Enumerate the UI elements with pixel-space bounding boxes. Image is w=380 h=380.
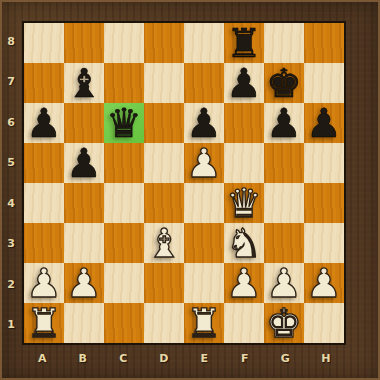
square-b6[interactable]	[64, 103, 104, 143]
white-bishop-d3[interactable]: ♝	[146, 223, 182, 263]
square-e2[interactable]	[184, 263, 224, 303]
square-g8[interactable]	[264, 23, 304, 63]
white-rook-e1[interactable]: ♜	[186, 303, 222, 343]
square-b2[interactable]: ♟	[64, 263, 104, 303]
square-b4[interactable]	[64, 183, 104, 223]
square-d7[interactable]	[144, 63, 184, 103]
rank-label-5: 5	[0, 143, 22, 184]
black-pawn-g6[interactable]: ♟	[266, 103, 302, 143]
rank-labels: 87654321	[0, 21, 22, 345]
white-pawn-h2[interactable]: ♟	[306, 263, 342, 303]
rank-label-1: 1	[0, 305, 22, 346]
black-pawn-e6[interactable]: ♟	[186, 103, 222, 143]
square-d4[interactable]	[144, 183, 184, 223]
black-king-g7[interactable]: ♚	[266, 63, 302, 103]
square-c4[interactable]	[104, 183, 144, 223]
white-pawn-g2[interactable]: ♟	[266, 263, 302, 303]
white-knight-f3[interactable]: ♞	[226, 223, 262, 263]
square-f2[interactable]: ♟	[224, 263, 264, 303]
square-e5[interactable]: ♟	[184, 143, 224, 183]
square-c5[interactable]	[104, 143, 144, 183]
square-g4[interactable]	[264, 183, 304, 223]
square-a4[interactable]	[24, 183, 64, 223]
square-b5[interactable]: ♟	[64, 143, 104, 183]
white-pawn-e5[interactable]: ♟	[186, 143, 222, 183]
square-c2[interactable]	[104, 263, 144, 303]
square-f5[interactable]	[224, 143, 264, 183]
square-e6[interactable]: ♟	[184, 103, 224, 143]
square-e7[interactable]	[184, 63, 224, 103]
black-pawn-f7[interactable]: ♟	[226, 63, 262, 103]
square-c7[interactable]	[104, 63, 144, 103]
chess-board[interactable]: ♜♝♟♚♟♛♟♟♟♟♟♛♝♞♟♟♟♟♟♜♜♚	[22, 21, 346, 345]
square-h6[interactable]: ♟	[304, 103, 344, 143]
square-g7[interactable]: ♚	[264, 63, 304, 103]
square-a7[interactable]	[24, 63, 64, 103]
square-h5[interactable]	[304, 143, 344, 183]
white-pawn-f2[interactable]: ♟	[226, 263, 262, 303]
black-bishop-b7[interactable]: ♝	[66, 63, 102, 103]
square-a1[interactable]: ♜	[24, 303, 64, 343]
square-c3[interactable]	[104, 223, 144, 263]
square-h1[interactable]	[304, 303, 344, 343]
white-pawn-a2[interactable]: ♟	[26, 263, 62, 303]
square-d6[interactable]	[144, 103, 184, 143]
square-a2[interactable]: ♟	[24, 263, 64, 303]
square-e1[interactable]: ♜	[184, 303, 224, 343]
square-g2[interactable]: ♟	[264, 263, 304, 303]
file-label-a: A	[22, 344, 63, 372]
square-c1[interactable]	[104, 303, 144, 343]
square-c8[interactable]	[104, 23, 144, 63]
black-pawn-a6[interactable]: ♟	[26, 103, 62, 143]
square-c6[interactable]: ♛	[104, 103, 144, 143]
square-g1[interactable]: ♚	[264, 303, 304, 343]
rank-label-8: 8	[0, 21, 22, 62]
file-label-d: D	[144, 344, 185, 372]
square-g3[interactable]	[264, 223, 304, 263]
square-g6[interactable]: ♟	[264, 103, 304, 143]
rank-label-2: 2	[0, 264, 22, 305]
square-h2[interactable]: ♟	[304, 263, 344, 303]
square-e3[interactable]	[184, 223, 224, 263]
white-king-g1[interactable]: ♚	[266, 303, 302, 343]
file-label-c: C	[103, 344, 144, 372]
chess-app: 87654321 ♜♝♟♚♟♛♟♟♟♟♟♛♝♞♟♟♟♟♟♜♜♚ ABCDEFGH	[0, 0, 380, 380]
rank-label-7: 7	[0, 62, 22, 103]
square-a6[interactable]: ♟	[24, 103, 64, 143]
square-b1[interactable]	[64, 303, 104, 343]
square-h3[interactable]	[304, 223, 344, 263]
square-b8[interactable]	[64, 23, 104, 63]
square-g5[interactable]	[264, 143, 304, 183]
square-a5[interactable]	[24, 143, 64, 183]
square-f4[interactable]: ♛	[224, 183, 264, 223]
white-queen-f4[interactable]: ♛	[226, 183, 262, 223]
square-d8[interactable]	[144, 23, 184, 63]
square-f8[interactable]: ♜	[224, 23, 264, 63]
square-d5[interactable]	[144, 143, 184, 183]
white-pawn-b2[interactable]: ♟	[66, 263, 102, 303]
black-queen-c6[interactable]: ♛	[106, 103, 142, 143]
black-pawn-b5[interactable]: ♟	[66, 143, 102, 183]
white-rook-a1[interactable]: ♜	[26, 303, 62, 343]
square-f1[interactable]	[224, 303, 264, 343]
square-e4[interactable]	[184, 183, 224, 223]
square-f7[interactable]: ♟	[224, 63, 264, 103]
black-pawn-h6[interactable]: ♟	[306, 103, 342, 143]
file-label-h: H	[306, 344, 347, 372]
file-label-g: G	[265, 344, 306, 372]
square-b7[interactable]: ♝	[64, 63, 104, 103]
square-f3[interactable]: ♞	[224, 223, 264, 263]
square-a3[interactable]	[24, 223, 64, 263]
rank-label-3: 3	[0, 224, 22, 265]
square-h7[interactable]	[304, 63, 344, 103]
square-d1[interactable]	[144, 303, 184, 343]
rank-label-6: 6	[0, 102, 22, 143]
square-h4[interactable]	[304, 183, 344, 223]
rank-label-4: 4	[0, 183, 22, 224]
square-h8[interactable]	[304, 23, 344, 63]
file-label-f: F	[225, 344, 266, 372]
square-d3[interactable]: ♝	[144, 223, 184, 263]
file-label-b: B	[63, 344, 104, 372]
file-label-e: E	[184, 344, 225, 372]
square-a8[interactable]	[24, 23, 64, 63]
file-labels: ABCDEFGH	[22, 344, 346, 372]
square-b3[interactable]	[64, 223, 104, 263]
square-e8[interactable]	[184, 23, 224, 63]
square-d2[interactable]	[144, 263, 184, 303]
square-f6[interactable]	[224, 103, 264, 143]
black-rook-f8[interactable]: ♜	[226, 23, 262, 63]
